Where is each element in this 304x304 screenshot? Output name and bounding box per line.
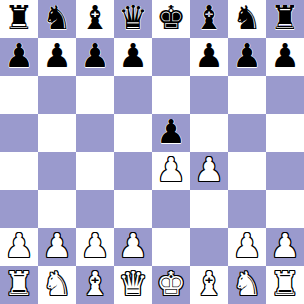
square-f4[interactable]: ♟	[190, 152, 228, 190]
piece-white-pawn[interactable]: ♟	[270, 228, 300, 265]
piece-black-pawn[interactable]: ♟	[194, 38, 224, 75]
square-b2[interactable]: ♟	[38, 228, 76, 266]
square-e3[interactable]	[152, 190, 190, 228]
square-a3[interactable]	[0, 190, 38, 228]
square-f6[interactable]	[190, 76, 228, 114]
square-f2[interactable]	[190, 228, 228, 266]
piece-black-knight[interactable]: ♞	[232, 0, 262, 37]
square-h8[interactable]: ♜	[266, 0, 304, 38]
square-e6[interactable]	[152, 76, 190, 114]
square-b4[interactable]	[38, 152, 76, 190]
piece-white-bishop[interactable]: ♝	[80, 266, 110, 303]
square-b5[interactable]	[38, 114, 76, 152]
piece-black-bishop[interactable]: ♝	[194, 0, 224, 37]
square-e4[interactable]: ♟	[152, 152, 190, 190]
piece-black-knight[interactable]: ♞	[42, 0, 72, 37]
piece-black-pawn[interactable]: ♟	[80, 38, 110, 75]
square-b3[interactable]	[38, 190, 76, 228]
piece-white-rook[interactable]: ♜	[270, 266, 300, 303]
piece-white-queen[interactable]: ♛	[118, 266, 148, 303]
square-c3[interactable]	[76, 190, 114, 228]
square-f8[interactable]: ♝	[190, 0, 228, 38]
square-a4[interactable]	[0, 152, 38, 190]
piece-black-queen[interactable]: ♛	[118, 0, 148, 37]
square-a5[interactable]	[0, 114, 38, 152]
square-f1[interactable]: ♝	[190, 266, 228, 304]
square-g8[interactable]: ♞	[228, 0, 266, 38]
piece-white-rook[interactable]: ♜	[4, 266, 34, 303]
piece-white-knight[interactable]: ♞	[42, 266, 72, 303]
square-h4[interactable]	[266, 152, 304, 190]
piece-white-pawn[interactable]: ♟	[80, 228, 110, 265]
piece-black-pawn[interactable]: ♟	[4, 38, 34, 75]
square-d2[interactable]: ♟	[114, 228, 152, 266]
piece-black-rook[interactable]: ♜	[4, 0, 34, 37]
square-b6[interactable]	[38, 76, 76, 114]
square-g2[interactable]: ♟	[228, 228, 266, 266]
chess-board: ♜♞♝♛♚♝♞♜♟♟♟♟♟♟♟♟♟♟♟♟♟♟♟♟♜♞♝♛♚♝♞♜	[0, 0, 304, 304]
square-e2[interactable]	[152, 228, 190, 266]
square-a8[interactable]: ♜	[0, 0, 38, 38]
square-c4[interactable]	[76, 152, 114, 190]
piece-white-pawn[interactable]: ♟	[156, 152, 186, 189]
square-h3[interactable]	[266, 190, 304, 228]
square-c8[interactable]: ♝	[76, 0, 114, 38]
piece-white-pawn[interactable]: ♟	[194, 152, 224, 189]
piece-white-pawn[interactable]: ♟	[118, 228, 148, 265]
square-g1[interactable]: ♞	[228, 266, 266, 304]
square-e7[interactable]	[152, 38, 190, 76]
piece-white-pawn[interactable]: ♟	[232, 228, 262, 265]
piece-black-pawn[interactable]: ♟	[42, 38, 72, 75]
square-f5[interactable]	[190, 114, 228, 152]
square-c7[interactable]: ♟	[76, 38, 114, 76]
square-e8[interactable]: ♚	[152, 0, 190, 38]
square-d6[interactable]	[114, 76, 152, 114]
piece-black-pawn[interactable]: ♟	[156, 114, 186, 151]
square-h5[interactable]	[266, 114, 304, 152]
square-c1[interactable]: ♝	[76, 266, 114, 304]
square-d7[interactable]: ♟	[114, 38, 152, 76]
square-b8[interactable]: ♞	[38, 0, 76, 38]
square-f7[interactable]: ♟	[190, 38, 228, 76]
piece-black-pawn[interactable]: ♟	[232, 38, 262, 75]
piece-white-knight[interactable]: ♞	[232, 266, 262, 303]
square-b1[interactable]: ♞	[38, 266, 76, 304]
square-e1[interactable]: ♚	[152, 266, 190, 304]
square-g7[interactable]: ♟	[228, 38, 266, 76]
square-d3[interactable]	[114, 190, 152, 228]
square-b7[interactable]: ♟	[38, 38, 76, 76]
square-g6[interactable]	[228, 76, 266, 114]
square-d1[interactable]: ♛	[114, 266, 152, 304]
square-h2[interactable]: ♟	[266, 228, 304, 266]
square-h6[interactable]	[266, 76, 304, 114]
square-a2[interactable]: ♟	[0, 228, 38, 266]
square-f3[interactable]	[190, 190, 228, 228]
piece-black-pawn[interactable]: ♟	[270, 38, 300, 75]
square-e5[interactable]: ♟	[152, 114, 190, 152]
piece-black-king[interactable]: ♚	[156, 0, 186, 37]
square-d4[interactable]	[114, 152, 152, 190]
piece-black-rook[interactable]: ♜	[270, 0, 300, 37]
square-a1[interactable]: ♜	[0, 266, 38, 304]
piece-white-pawn[interactable]: ♟	[42, 228, 72, 265]
square-c2[interactable]: ♟	[76, 228, 114, 266]
square-g5[interactable]	[228, 114, 266, 152]
square-c5[interactable]	[76, 114, 114, 152]
square-g4[interactable]	[228, 152, 266, 190]
piece-white-bishop[interactable]: ♝	[194, 266, 224, 303]
piece-black-pawn[interactable]: ♟	[118, 38, 148, 75]
square-h1[interactable]: ♜	[266, 266, 304, 304]
square-g3[interactable]	[228, 190, 266, 228]
square-c6[interactable]	[76, 76, 114, 114]
piece-white-king[interactable]: ♚	[156, 266, 186, 303]
square-a7[interactable]: ♟	[0, 38, 38, 76]
square-d8[interactable]: ♛	[114, 0, 152, 38]
square-a6[interactable]	[0, 76, 38, 114]
square-d5[interactable]	[114, 114, 152, 152]
square-h7[interactable]: ♟	[266, 38, 304, 76]
piece-black-bishop[interactable]: ♝	[80, 0, 110, 37]
piece-white-pawn[interactable]: ♟	[4, 228, 34, 265]
